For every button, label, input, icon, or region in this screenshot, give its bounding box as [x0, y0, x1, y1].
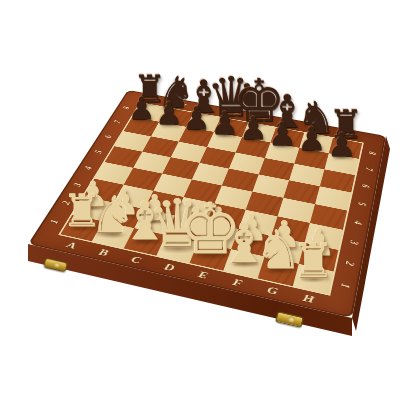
chess-set-photo: AA11BB22CC33DD44EE55FF66GG77HH88 ♜♞♝♛♚♝♞…	[0, 0, 400, 400]
file-label-back-b: B	[178, 102, 187, 109]
rank-label-left-6: 6	[102, 134, 115, 139]
file-label-back-d: D	[232, 111, 241, 118]
file-label-back-e: E	[260, 116, 269, 123]
rank-label-left-3: 3	[71, 182, 85, 188]
rank-label-right-6: 6	[359, 183, 373, 189]
file-label-front-b: B	[97, 247, 111, 258]
file-label-front-c: C	[129, 254, 142, 266]
rank-label-right-2: 2	[342, 260, 357, 267]
brass-latch-left-icon	[43, 258, 68, 273]
brass-latch-right-icon	[275, 311, 304, 328]
file-label-back-h: H	[344, 131, 353, 139]
rank-label-left-7: 7	[111, 120, 124, 125]
chess-board: AA11BB22CC33DD44EE55FF66GG77HH88	[28, 90, 386, 318]
rank-label-right-4: 4	[351, 220, 366, 226]
file-label-back-g: G	[316, 126, 325, 133]
file-label-front-d: D	[162, 261, 176, 273]
rank-label-right-5: 5	[355, 201, 369, 207]
rank-label-left-4: 4	[81, 165, 95, 170]
file-label-front-f: F	[231, 277, 244, 289]
rank-label-left-8: 8	[120, 106, 132, 110]
file-label-front-h: H	[302, 292, 316, 305]
file-label-front-a: A	[65, 240, 79, 251]
rank-label-left-1: 1	[47, 219, 62, 225]
file-label-back-c: C	[205, 107, 214, 114]
file-label-front-g: G	[266, 284, 279, 297]
rank-label-right-3: 3	[347, 239, 362, 245]
rank-label-right-8: 8	[366, 151, 379, 156]
file-label-back-a: A	[152, 97, 161, 104]
rank-label-left-5: 5	[92, 149, 105, 154]
file-label-back-f: F	[288, 121, 296, 128]
file-label-front-e: E	[197, 269, 210, 281]
rank-label-left-2: 2	[59, 200, 74, 206]
rank-label-right-1: 1	[337, 282, 353, 289]
rank-label-right-7: 7	[362, 167, 375, 172]
